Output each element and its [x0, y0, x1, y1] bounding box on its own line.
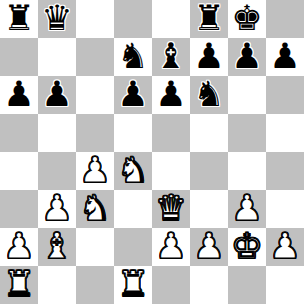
white-pawn-e2: ♟ — [155, 228, 186, 265]
white-rook-d1: ♜ — [117, 266, 148, 303]
square-e7[interactable]: ♝ — [152, 38, 190, 76]
square-g5[interactable] — [228, 114, 266, 152]
black-rook-f8: ♜ — [193, 0, 224, 37]
square-f7[interactable]: ♟ — [190, 38, 228, 76]
square-c3[interactable]: ♞ — [76, 190, 114, 228]
black-pawn-d6: ♟ — [117, 76, 148, 113]
square-d3[interactable] — [114, 190, 152, 228]
square-e2[interactable]: ♟ — [152, 228, 190, 266]
white-king-g2: ♚ — [231, 228, 262, 265]
square-c4[interactable]: ♟ — [76, 152, 114, 190]
square-h3[interactable] — [266, 190, 304, 228]
square-h1[interactable] — [266, 266, 304, 304]
white-pawn-h2: ♟ — [269, 228, 300, 265]
square-d4[interactable]: ♞ — [114, 152, 152, 190]
square-c1[interactable] — [76, 266, 114, 304]
square-d5[interactable] — [114, 114, 152, 152]
square-d7[interactable]: ♞ — [114, 38, 152, 76]
square-g1[interactable] — [228, 266, 266, 304]
square-f6[interactable]: ♞ — [190, 76, 228, 114]
square-c7[interactable] — [76, 38, 114, 76]
square-g8[interactable]: ♚ — [228, 0, 266, 38]
square-h5[interactable] — [266, 114, 304, 152]
white-bishop-b2: ♝ — [41, 228, 72, 265]
square-d2[interactable] — [114, 228, 152, 266]
square-c8[interactable] — [76, 0, 114, 38]
square-g6[interactable] — [228, 76, 266, 114]
chess-board: ♜♛♜♚♞♝♟♟♟♟♟♟♟♞♟♞♟♞♛♟♟♝♟♟♚♟♜♜ — [0, 0, 304, 304]
square-h6[interactable] — [266, 76, 304, 114]
white-rook-a1: ♜ — [3, 266, 34, 303]
square-a5[interactable] — [0, 114, 38, 152]
square-f2[interactable]: ♟ — [190, 228, 228, 266]
square-c6[interactable] — [76, 76, 114, 114]
square-b5[interactable] — [38, 114, 76, 152]
square-b1[interactable] — [38, 266, 76, 304]
square-d8[interactable] — [114, 0, 152, 38]
white-pawn-g3: ♟ — [231, 190, 262, 227]
square-d6[interactable]: ♟ — [114, 76, 152, 114]
black-queen-b8: ♛ — [41, 0, 72, 37]
square-a7[interactable] — [0, 38, 38, 76]
white-queen-e3: ♛ — [155, 190, 186, 227]
white-pawn-c4: ♟ — [79, 152, 110, 189]
square-f4[interactable] — [190, 152, 228, 190]
black-rook-a8: ♜ — [3, 0, 34, 37]
black-bishop-e7: ♝ — [155, 38, 186, 75]
square-g2[interactable]: ♚ — [228, 228, 266, 266]
square-c2[interactable] — [76, 228, 114, 266]
square-f5[interactable] — [190, 114, 228, 152]
square-e5[interactable] — [152, 114, 190, 152]
square-e8[interactable] — [152, 0, 190, 38]
square-f3[interactable] — [190, 190, 228, 228]
black-pawn-e6: ♟ — [155, 76, 186, 113]
square-a4[interactable] — [0, 152, 38, 190]
black-knight-d7: ♞ — [117, 38, 148, 75]
square-a8[interactable]: ♜ — [0, 0, 38, 38]
square-g3[interactable]: ♟ — [228, 190, 266, 228]
black-pawn-b6: ♟ — [41, 76, 72, 113]
square-e6[interactable]: ♟ — [152, 76, 190, 114]
white-pawn-a2: ♟ — [3, 228, 34, 265]
square-e3[interactable]: ♛ — [152, 190, 190, 228]
white-pawn-f2: ♟ — [193, 228, 224, 265]
square-e1[interactable] — [152, 266, 190, 304]
square-a6[interactable]: ♟ — [0, 76, 38, 114]
square-a2[interactable]: ♟ — [0, 228, 38, 266]
square-b3[interactable]: ♟ — [38, 190, 76, 228]
square-f1[interactable] — [190, 266, 228, 304]
black-pawn-f7: ♟ — [193, 38, 224, 75]
black-king-g8: ♚ — [231, 0, 262, 37]
square-g7[interactable]: ♟ — [228, 38, 266, 76]
square-h4[interactable] — [266, 152, 304, 190]
white-knight-d4: ♞ — [117, 152, 148, 189]
square-a1[interactable]: ♜ — [0, 266, 38, 304]
square-h2[interactable]: ♟ — [266, 228, 304, 266]
square-e4[interactable] — [152, 152, 190, 190]
square-d1[interactable]: ♜ — [114, 266, 152, 304]
square-h7[interactable]: ♟ — [266, 38, 304, 76]
square-b7[interactable] — [38, 38, 76, 76]
square-b2[interactable]: ♝ — [38, 228, 76, 266]
square-h8[interactable] — [266, 0, 304, 38]
black-pawn-g7: ♟ — [231, 38, 262, 75]
white-pawn-b3: ♟ — [41, 190, 72, 227]
square-b8[interactable]: ♛ — [38, 0, 76, 38]
square-c5[interactable] — [76, 114, 114, 152]
square-f8[interactable]: ♜ — [190, 0, 228, 38]
black-pawn-a6: ♟ — [3, 76, 34, 113]
white-knight-c3: ♞ — [79, 190, 110, 227]
black-knight-f6: ♞ — [193, 76, 224, 113]
black-pawn-h7: ♟ — [269, 38, 300, 75]
square-g4[interactable] — [228, 152, 266, 190]
square-b6[interactable]: ♟ — [38, 76, 76, 114]
square-b4[interactable] — [38, 152, 76, 190]
square-a3[interactable] — [0, 190, 38, 228]
